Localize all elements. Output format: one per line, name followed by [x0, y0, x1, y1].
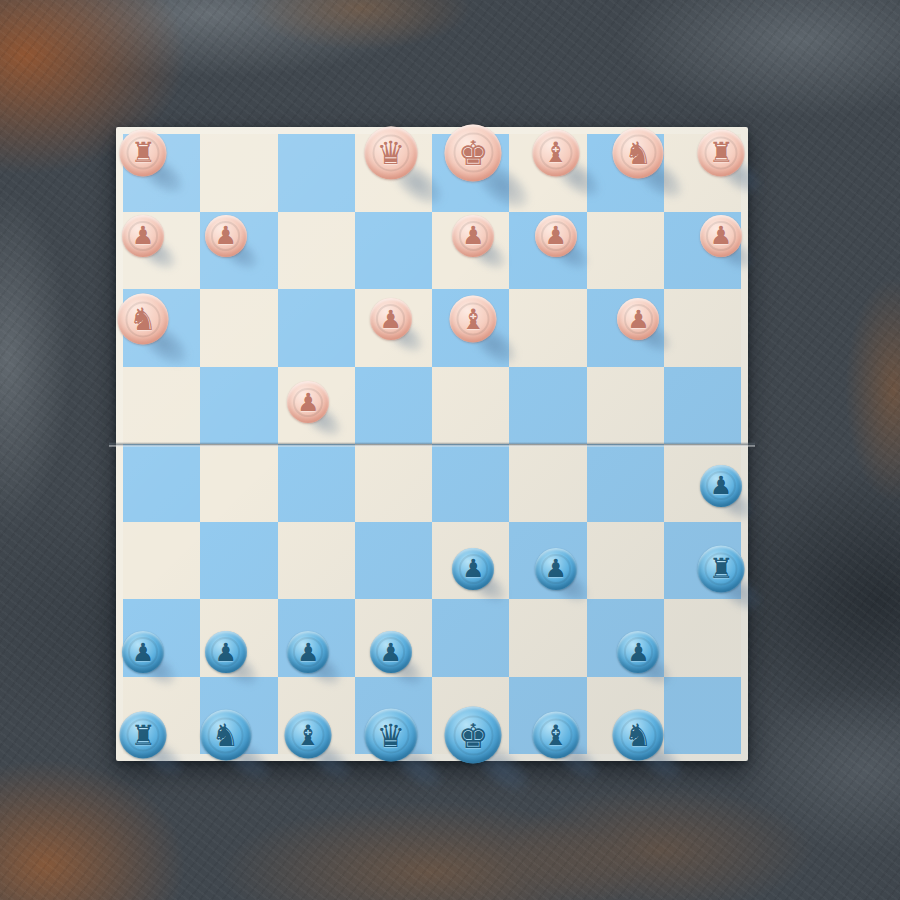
piece-blue-rook-a1[interactable]: ♜: [120, 712, 167, 759]
piece-disc: ♟: [370, 631, 412, 673]
piece-pink-bishop-e6[interactable]: ♝: [450, 296, 497, 343]
pawn-glyph: ♟: [132, 640, 154, 665]
pawn-glyph: ♟: [545, 556, 567, 581]
piece-blue-knight-b1[interactable]: ♞: [200, 710, 251, 761]
piece-disc: ♟: [370, 298, 412, 340]
queen-glyph: ♛: [376, 137, 405, 169]
piece-disc: ♜: [120, 129, 167, 176]
piece-blue-pawn-g2[interactable]: ♟: [617, 631, 659, 673]
piece-disc: ♜: [697, 545, 744, 592]
piece-blue-pawn-f3[interactable]: ♟: [535, 548, 577, 590]
piece-disc: ♟: [205, 215, 247, 257]
piece-blue-pawn-e3[interactable]: ♟: [452, 548, 494, 590]
piece-disc: ♚: [445, 124, 502, 181]
pawn-glyph: ♟: [627, 640, 649, 665]
pieces-layer: ♜♛♚♝♞♜♟♟♟♟♟♞♟♝♟♟♟♟♟♜♟♟♟♟♟♜♞♝♛♚♝♞: [116, 127, 748, 761]
piece-pink-bishop-f8[interactable]: ♝: [532, 129, 579, 176]
piece-pink-rook-a8[interactable]: ♜: [120, 129, 167, 176]
knight-glyph: ♞: [212, 720, 240, 751]
knight-glyph: ♞: [129, 304, 157, 335]
piece-disc: ♜: [697, 129, 744, 176]
piece-pink-pawn-a7[interactable]: ♟: [122, 215, 164, 257]
piece-pink-pawn-h7[interactable]: ♟: [700, 215, 742, 257]
chess-board: ♜♛♚♝♞♜♟♟♟♟♟♞♟♝♟♟♟♟♟♜♟♟♟♟♟♜♞♝♛♚♝♞: [116, 127, 748, 761]
piece-blue-bishop-f1[interactable]: ♝: [532, 712, 579, 759]
piece-disc: ♝: [532, 712, 579, 759]
piece-blue-rook-h3[interactable]: ♜: [697, 545, 744, 592]
piece-pink-knight-g8[interactable]: ♞: [613, 127, 664, 178]
piece-disc: ♛: [364, 709, 417, 762]
pawn-glyph: ♟: [710, 223, 732, 248]
piece-disc: ♞: [613, 127, 664, 178]
piece-disc: ♟: [535, 548, 577, 590]
rusted-metal-surface: { "game": "chess", "scene": { "descripti…: [0, 0, 900, 900]
piece-disc: ♞: [613, 710, 664, 761]
knight-glyph: ♞: [624, 137, 652, 168]
piece-pink-pawn-c5[interactable]: ♟: [287, 381, 329, 423]
rook-glyph: ♜: [130, 139, 155, 167]
piece-disc: ♟: [700, 215, 742, 257]
piece-disc: ♝: [285, 712, 332, 759]
piece-pink-pawn-f7[interactable]: ♟: [535, 215, 577, 257]
piece-disc: ♟: [535, 215, 577, 257]
piece-disc: ♟: [122, 215, 164, 257]
piece-disc: ♝: [450, 296, 497, 343]
pawn-glyph: ♟: [462, 223, 484, 248]
piece-disc: ♟: [122, 631, 164, 673]
piece-blue-pawn-h4[interactable]: ♟: [700, 465, 742, 507]
bishop-glyph: ♝: [543, 139, 568, 167]
knight-glyph: ♞: [624, 720, 652, 751]
pawn-glyph: ♟: [297, 640, 319, 665]
piece-pink-king-e8[interactable]: ♚: [445, 124, 502, 181]
pawn-glyph: ♟: [132, 223, 154, 248]
piece-blue-queen-d1[interactable]: ♛: [364, 709, 417, 762]
pawn-glyph: ♟: [380, 640, 402, 665]
piece-disc: ♞: [118, 294, 169, 345]
queen-glyph: ♛: [376, 719, 405, 751]
rook-glyph: ♜: [708, 555, 733, 583]
piece-blue-pawn-c2[interactable]: ♟: [287, 631, 329, 673]
pawn-glyph: ♟: [297, 390, 319, 415]
bishop-glyph: ♝: [543, 721, 568, 749]
king-glyph: ♚: [458, 718, 488, 752]
piece-blue-bishop-c1[interactable]: ♝: [285, 712, 332, 759]
piece-blue-knight-g1[interactable]: ♞: [613, 710, 664, 761]
piece-blue-pawn-d2[interactable]: ♟: [370, 631, 412, 673]
pawn-glyph: ♟: [214, 223, 236, 248]
piece-blue-pawn-a2[interactable]: ♟: [122, 631, 164, 673]
piece-disc: ♛: [364, 126, 417, 179]
pawn-glyph: ♟: [710, 473, 732, 498]
piece-blue-king-e1[interactable]: ♚: [445, 707, 502, 764]
piece-disc: ♟: [287, 381, 329, 423]
pawn-glyph: ♟: [627, 307, 649, 332]
pawn-glyph: ♟: [380, 307, 402, 332]
piece-pink-knight-a6[interactable]: ♞: [118, 294, 169, 345]
piece-pink-rook-h8[interactable]: ♜: [697, 129, 744, 176]
piece-pink-pawn-g6[interactable]: ♟: [617, 298, 659, 340]
piece-disc: ♟: [452, 215, 494, 257]
piece-disc: ♟: [452, 548, 494, 590]
rook-glyph: ♜: [708, 139, 733, 167]
pawn-glyph: ♟: [545, 223, 567, 248]
piece-disc: ♜: [120, 712, 167, 759]
piece-disc: ♝: [532, 129, 579, 176]
rook-glyph: ♜: [130, 721, 155, 749]
piece-pink-pawn-e7[interactable]: ♟: [452, 215, 494, 257]
piece-pink-pawn-b7[interactable]: ♟: [205, 215, 247, 257]
piece-disc: ♚: [445, 707, 502, 764]
piece-disc: ♟: [700, 465, 742, 507]
piece-disc: ♟: [617, 298, 659, 340]
piece-pink-pawn-d6[interactable]: ♟: [370, 298, 412, 340]
piece-disc: ♟: [617, 631, 659, 673]
piece-blue-pawn-b2[interactable]: ♟: [205, 631, 247, 673]
piece-pink-queen-d8[interactable]: ♛: [364, 126, 417, 179]
bishop-glyph: ♝: [296, 721, 321, 749]
piece-disc: ♞: [200, 710, 251, 761]
piece-disc: ♟: [287, 631, 329, 673]
bishop-glyph: ♝: [461, 305, 486, 333]
pawn-glyph: ♟: [214, 640, 236, 665]
piece-disc: ♟: [205, 631, 247, 673]
king-glyph: ♚: [458, 136, 488, 170]
pawn-glyph: ♟: [462, 556, 484, 581]
